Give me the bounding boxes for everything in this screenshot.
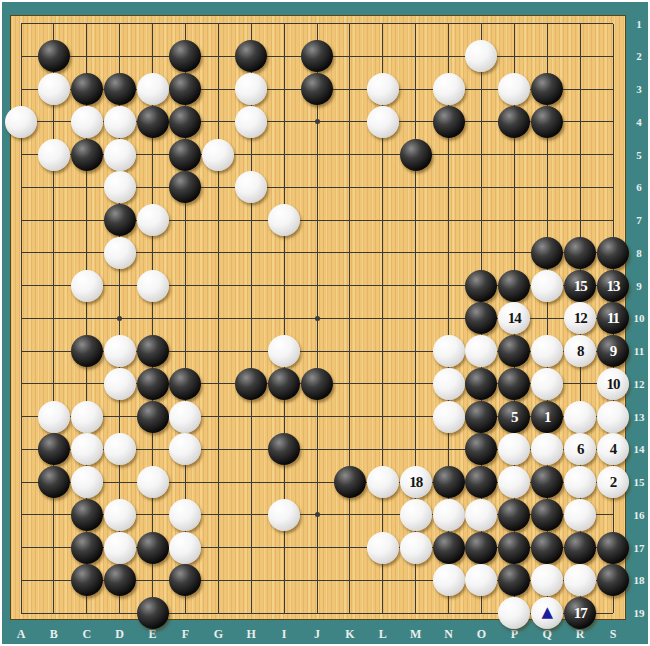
stone-black-E12[interactable]	[137, 368, 169, 400]
stone-white-Q9[interactable]	[531, 270, 563, 302]
stone-black-Q13-move-1[interactable]: 1	[531, 401, 563, 433]
stone-black-Q17[interactable]	[531, 532, 563, 564]
stone-black-C17[interactable]	[71, 532, 103, 564]
row-label-9: 9	[636, 280, 642, 292]
stone-black-P17[interactable]	[498, 532, 530, 564]
stone-white-L3[interactable]	[367, 73, 399, 105]
stone-black-C11[interactable]	[71, 335, 103, 367]
row-label-14: 14	[634, 443, 645, 455]
stone-white-S15-move-2[interactable]: 2	[597, 466, 629, 498]
column-label-S: S	[610, 627, 617, 642]
stone-black-N15[interactable]	[433, 466, 465, 498]
column-label-B: B	[50, 627, 58, 642]
stone-black-N17[interactable]	[433, 532, 465, 564]
stone-white-B3[interactable]	[38, 73, 70, 105]
stone-black-E11[interactable]	[137, 335, 169, 367]
row-label-18: 18	[634, 574, 645, 586]
stone-black-C18[interactable]	[71, 564, 103, 596]
row-label-4: 4	[636, 116, 642, 128]
stone-white-L15[interactable]	[367, 466, 399, 498]
stone-white-M15-move-18[interactable]: 18	[400, 466, 432, 498]
stone-white-N13[interactable]	[433, 401, 465, 433]
stone-white-D16[interactable]	[104, 499, 136, 531]
row-label-7: 7	[636, 214, 642, 226]
row-label-1: 1	[636, 18, 642, 30]
row-label-3: 3	[636, 83, 642, 95]
row-label-11: 11	[634, 345, 644, 357]
stone-white-C9[interactable]	[71, 270, 103, 302]
stone-white-N18[interactable]	[433, 564, 465, 596]
stone-white-N12[interactable]	[433, 368, 465, 400]
stone-black-S17[interactable]	[597, 532, 629, 564]
stone-black-D18[interactable]	[104, 564, 136, 596]
row-label-13: 13	[634, 411, 645, 423]
column-label-I: I	[282, 627, 287, 642]
row-label-16: 16	[634, 509, 645, 521]
grid-line-horizontal-1	[21, 23, 613, 24]
column-label-G: G	[214, 627, 223, 642]
stone-white-D17[interactable]	[104, 532, 136, 564]
stone-black-R8[interactable]	[564, 237, 596, 269]
stone-black-R17[interactable]	[564, 532, 596, 564]
stone-black-K15[interactable]	[334, 466, 366, 498]
triangle-mark-icon-Q19: ▲	[541, 605, 553, 620]
row-label-8: 8	[636, 247, 642, 259]
stone-white-R13[interactable]	[564, 401, 596, 433]
row-label-10: 10	[634, 312, 645, 324]
stone-black-E4[interactable]	[137, 106, 169, 138]
stone-white-E9[interactable]	[137, 270, 169, 302]
stone-black-I12[interactable]	[268, 368, 300, 400]
stone-white-D11[interactable]	[104, 335, 136, 367]
row-label-6: 6	[636, 181, 642, 193]
stone-black-Q8[interactable]	[531, 237, 563, 269]
stone-white-E3[interactable]	[137, 73, 169, 105]
column-label-N: N	[444, 627, 453, 642]
stone-black-B15[interactable]	[38, 466, 70, 498]
stone-black-F5[interactable]	[169, 139, 201, 171]
stone-black-J12[interactable]	[301, 368, 333, 400]
stone-white-M17[interactable]	[400, 532, 432, 564]
stone-black-O17[interactable]	[465, 532, 497, 564]
stone-black-S8[interactable]	[597, 237, 629, 269]
stone-black-C5[interactable]	[71, 139, 103, 171]
row-label-15: 15	[634, 476, 645, 488]
row-label-17: 17	[634, 542, 645, 554]
stone-black-E17[interactable]	[137, 532, 169, 564]
column-label-A: A	[17, 627, 26, 642]
star-point-J10	[315, 316, 320, 321]
stone-black-M5[interactable]	[400, 139, 432, 171]
stone-black-S9-move-13[interactable]: 13	[597, 270, 629, 302]
go-board-screenshot: ABCDEFGHIJKLMNOPQRS123456789101112131415…	[0, 0, 650, 646]
column-label-C: C	[82, 627, 91, 642]
stone-white-C14[interactable]	[71, 433, 103, 465]
stone-black-D7[interactable]	[104, 204, 136, 236]
column-label-F: F	[182, 627, 189, 642]
column-label-L: L	[379, 627, 387, 642]
stone-black-Q16[interactable]	[531, 499, 563, 531]
stone-white-G5[interactable]	[202, 139, 234, 171]
stone-black-S11-move-9[interactable]: 9	[597, 335, 629, 367]
stone-white-C15[interactable]	[71, 466, 103, 498]
column-label-H: H	[247, 627, 256, 642]
stone-white-D6[interactable]	[104, 171, 136, 203]
stone-black-N4[interactable]	[433, 106, 465, 138]
stone-white-L4[interactable]	[367, 106, 399, 138]
stone-black-P9[interactable]	[498, 270, 530, 302]
row-label-2: 2	[636, 50, 642, 62]
stone-white-D5[interactable]	[104, 139, 136, 171]
row-label-19: 19	[634, 607, 645, 619]
stone-white-R16[interactable]	[564, 499, 596, 531]
row-label-5: 5	[636, 149, 642, 161]
stone-black-R19-move-17[interactable]: 17	[564, 597, 596, 629]
stone-white-N11[interactable]	[433, 335, 465, 367]
stone-white-N16[interactable]	[433, 499, 465, 531]
stone-white-E15[interactable]	[137, 466, 169, 498]
stone-black-Q4[interactable]	[531, 106, 563, 138]
stone-black-P13-move-5[interactable]: 5	[498, 401, 530, 433]
stone-black-E13[interactable]	[137, 401, 169, 433]
stone-white-E7[interactable]	[137, 204, 169, 236]
stone-white-F17[interactable]	[169, 532, 201, 564]
column-label-M: M	[410, 627, 421, 642]
stone-white-M16[interactable]	[400, 499, 432, 531]
stone-white-C13[interactable]	[71, 401, 103, 433]
stone-black-D3[interactable]	[104, 73, 136, 105]
stone-black-O9[interactable]	[465, 270, 497, 302]
stone-white-S13[interactable]	[597, 401, 629, 433]
stone-black-H12[interactable]	[235, 368, 267, 400]
stone-white-I16[interactable]	[268, 499, 300, 531]
stone-white-P19[interactable]	[498, 597, 530, 629]
stone-white-C4[interactable]	[71, 106, 103, 138]
row-label-12: 12	[634, 378, 645, 390]
stone-white-L17[interactable]	[367, 532, 399, 564]
stone-white-A4[interactable]	[5, 106, 37, 138]
stone-black-O13[interactable]	[465, 401, 497, 433]
stone-white-D12[interactable]	[104, 368, 136, 400]
stone-white-F13[interactable]	[169, 401, 201, 433]
column-label-D: D	[115, 627, 124, 642]
column-label-O: O	[477, 627, 486, 642]
stone-white-D4[interactable]	[104, 106, 136, 138]
stone-black-E19[interactable]	[137, 597, 169, 629]
stone-white-S12-move-10[interactable]: 10	[597, 368, 629, 400]
stone-black-C3[interactable]	[71, 73, 103, 105]
column-label-K: K	[345, 627, 354, 642]
stone-white-H4[interactable]	[235, 106, 267, 138]
stone-white-D8[interactable]	[104, 237, 136, 269]
stone-black-R9-move-15[interactable]: 15	[564, 270, 596, 302]
stone-white-B13[interactable]	[38, 401, 70, 433]
column-label-J: J	[314, 627, 320, 642]
stone-white-B5[interactable]	[38, 139, 70, 171]
stone-white-D14[interactable]	[104, 433, 136, 465]
stone-white-N3[interactable]	[433, 73, 465, 105]
stone-black-J3[interactable]	[301, 73, 333, 105]
stone-black-C16[interactable]	[71, 499, 103, 531]
stone-white-Q12[interactable]	[531, 368, 563, 400]
